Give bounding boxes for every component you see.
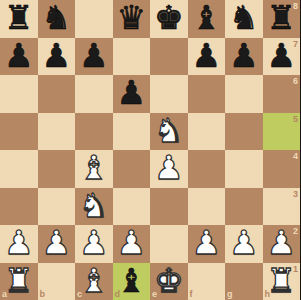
black-bishop[interactable]: ♝: [191, 0, 221, 37]
rank-label-3: 3: [293, 190, 298, 199]
white-pawn[interactable]: ♟: [4, 224, 34, 262]
square-a2[interactable]: ♟: [0, 225, 38, 263]
white-pawn[interactable]: ♟: [229, 224, 259, 262]
square-d4[interactable]: [113, 150, 151, 188]
square-a5[interactable]: [0, 113, 38, 151]
black-rook[interactable]: ♜: [266, 0, 296, 37]
square-e4[interactable]: ♟: [150, 150, 188, 188]
square-e7[interactable]: [150, 38, 188, 76]
square-h2[interactable]: ♟2: [263, 225, 301, 263]
square-a4[interactable]: [0, 150, 38, 188]
square-c5[interactable]: [75, 113, 113, 151]
black-pawn[interactable]: ♟: [41, 37, 71, 75]
square-b7[interactable]: ♟: [38, 38, 76, 76]
square-g7[interactable]: ♟: [225, 38, 263, 76]
square-c7[interactable]: ♟: [75, 38, 113, 76]
black-knight[interactable]: ♞: [229, 0, 259, 37]
square-g6[interactable]: [225, 75, 263, 113]
square-c3[interactable]: ♞: [75, 188, 113, 226]
square-h3[interactable]: 3: [263, 188, 301, 226]
square-e1[interactable]: ♚e: [150, 263, 188, 300]
black-pawn[interactable]: ♟: [4, 37, 34, 75]
square-f7[interactable]: ♟: [188, 38, 226, 76]
white-knight[interactable]: ♞: [79, 187, 109, 225]
square-h5[interactable]: 5: [263, 113, 301, 151]
black-knight[interactable]: ♞: [41, 0, 71, 37]
square-g8[interactable]: ♞: [225, 0, 263, 38]
square-h6[interactable]: 6: [263, 75, 301, 113]
square-d1[interactable]: ♝d: [113, 263, 151, 300]
white-knight[interactable]: ♞: [154, 112, 184, 150]
square-b5[interactable]: [38, 113, 76, 151]
file-label-g: g: [227, 290, 233, 299]
square-h7[interactable]: ♟7: [263, 38, 301, 76]
square-g1[interactable]: g: [225, 263, 263, 300]
square-d3[interactable]: [113, 188, 151, 226]
square-a3[interactable]: [0, 188, 38, 226]
square-b2[interactable]: ♟: [38, 225, 76, 263]
square-g4[interactable]: [225, 150, 263, 188]
square-f4[interactable]: [188, 150, 226, 188]
square-b3[interactable]: [38, 188, 76, 226]
square-f1[interactable]: f: [188, 263, 226, 300]
square-f5[interactable]: [188, 113, 226, 151]
square-b4[interactable]: [38, 150, 76, 188]
black-king[interactable]: ♚: [154, 0, 184, 37]
square-e2[interactable]: [150, 225, 188, 263]
square-g3[interactable]: [225, 188, 263, 226]
square-f2[interactable]: ♟: [188, 225, 226, 263]
square-b1[interactable]: b: [38, 263, 76, 300]
black-pawn[interactable]: ♟: [191, 37, 221, 75]
square-h1[interactable]: ♜1h: [263, 263, 301, 300]
square-c4[interactable]: ♝: [75, 150, 113, 188]
square-e5[interactable]: ♞: [150, 113, 188, 151]
square-g5[interactable]: [225, 113, 263, 151]
white-pawn[interactable]: ♟: [116, 224, 146, 262]
square-d5[interactable]: [113, 113, 151, 151]
square-a6[interactable]: [0, 75, 38, 113]
rank-label-4: 4: [293, 152, 298, 161]
file-label-f: f: [190, 290, 193, 299]
square-g2[interactable]: ♟: [225, 225, 263, 263]
white-pawn[interactable]: ♟: [191, 224, 221, 262]
black-pawn[interactable]: ♟: [79, 37, 109, 75]
square-f8[interactable]: ♝: [188, 0, 226, 38]
square-e6[interactable]: [150, 75, 188, 113]
square-b8[interactable]: ♞: [38, 0, 76, 38]
white-bishop[interactable]: ♝: [79, 149, 109, 187]
square-c1[interactable]: ♝c: [75, 263, 113, 300]
white-rook[interactable]: ♜: [4, 262, 34, 300]
white-bishop[interactable]: ♝: [79, 262, 109, 300]
square-f3[interactable]: [188, 188, 226, 226]
square-d7[interactable]: [113, 38, 151, 76]
square-d8[interactable]: ♛: [113, 0, 151, 38]
black-pawn[interactable]: ♟: [266, 37, 296, 75]
square-a7[interactable]: ♟: [0, 38, 38, 76]
file-label-b: b: [40, 290, 46, 299]
black-pawn[interactable]: ♟: [116, 74, 146, 112]
white-pawn[interactable]: ♟: [266, 224, 296, 262]
square-c2[interactable]: ♟: [75, 225, 113, 263]
square-e3[interactable]: [150, 188, 188, 226]
square-c6[interactable]: [75, 75, 113, 113]
black-pawn[interactable]: ♟: [229, 37, 259, 75]
square-b6[interactable]: [38, 75, 76, 113]
rank-label-6: 6: [293, 77, 298, 86]
square-d6[interactable]: ♟: [113, 75, 151, 113]
white-pawn[interactable]: ♟: [79, 224, 109, 262]
square-a1[interactable]: ♜a: [0, 263, 38, 300]
square-a8[interactable]: ♜: [0, 0, 38, 38]
square-d2[interactable]: ♟: [113, 225, 151, 263]
square-h8[interactable]: ♜8: [263, 0, 301, 38]
square-f6[interactable]: [188, 75, 226, 113]
black-bishop[interactable]: ♝: [116, 262, 146, 300]
black-rook[interactable]: ♜: [4, 0, 34, 37]
square-c8[interactable]: [75, 0, 113, 38]
square-e8[interactable]: ♚: [150, 0, 188, 38]
white-pawn[interactable]: ♟: [154, 149, 184, 187]
white-pawn[interactable]: ♟: [41, 224, 71, 262]
rank-label-5: 5: [293, 115, 298, 124]
black-queen[interactable]: ♛: [116, 0, 146, 37]
chess-board: ♜♞♛♚♝♞♜8♟♟♟♟♟♟7♟6♞5♝♟4♞3♟♟♟♟♟♟♟2♜ab♝c♝d♚…: [0, 0, 300, 300]
white-king[interactable]: ♚: [154, 262, 184, 300]
square-h4[interactable]: 4: [263, 150, 301, 188]
white-rook[interactable]: ♜: [266, 262, 296, 300]
